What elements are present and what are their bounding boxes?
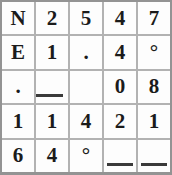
- cell-r5c3: °: [70, 140, 102, 172]
- blank-slot: [141, 163, 167, 166]
- cell-r5c5: [138, 140, 170, 172]
- cell-r4c1: 1: [2, 105, 34, 137]
- cell-r5c4: [104, 140, 136, 172]
- cell-r3c1: .: [2, 71, 34, 103]
- cell-r4c4: 2: [104, 105, 136, 137]
- cell-r1c5: 7: [138, 2, 170, 34]
- blank-slot: [36, 94, 63, 97]
- cell-r2c4: 4: [104, 36, 136, 68]
- blank-slot: [107, 163, 133, 166]
- cell-r5c1: 6: [2, 140, 34, 172]
- cell-r3c4: 0: [104, 71, 136, 103]
- cell-r2c5: °: [138, 36, 170, 68]
- cell-r3c2: [36, 71, 68, 103]
- cell-r4c3: 4: [70, 105, 102, 137]
- cell-r2c1: E: [2, 36, 34, 68]
- cell-r1c3: 5: [70, 2, 102, 34]
- cell-r4c5: 1: [138, 105, 170, 137]
- cell-r2c3: .: [70, 36, 102, 68]
- cell-r1c4: 4: [104, 2, 136, 34]
- cell-r1c2: 2: [36, 2, 68, 34]
- cell-r3c3: [70, 71, 102, 103]
- cell-r3c5: 8: [138, 71, 170, 103]
- puzzle-grid: N2547E1.4°.081142164°: [0, 0, 172, 175]
- cell-r5c2: 4: [36, 140, 68, 172]
- cell-r4c2: 1: [36, 105, 68, 137]
- cell-r2c2: 1: [36, 36, 68, 68]
- cell-r1c1: N: [2, 2, 34, 34]
